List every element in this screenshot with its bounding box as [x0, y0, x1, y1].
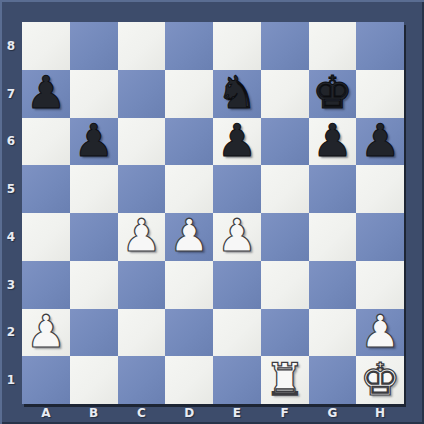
square-d2[interactable] — [165, 309, 213, 357]
square-b4[interactable] — [70, 213, 118, 261]
file-label-c: C — [118, 403, 166, 422]
square-a6[interactable] — [22, 118, 70, 166]
square-b5[interactable] — [70, 165, 118, 213]
square-g1[interactable] — [309, 356, 357, 404]
square-e6[interactable]: ♟ — [213, 118, 261, 166]
chess-board-frame: 87654321 ♟♞♚♟♟♟♟♟♟♟♟♟♜♚ ABCDEFGH — [0, 0, 424, 424]
file-labels: ABCDEFGH — [22, 403, 404, 422]
square-c1[interactable] — [118, 356, 166, 404]
square-a5[interactable] — [22, 165, 70, 213]
square-e1[interactable] — [213, 356, 261, 404]
black-knight[interactable]: ♞ — [217, 70, 257, 115]
square-c3[interactable] — [118, 261, 166, 309]
square-e4[interactable]: ♟ — [213, 213, 261, 261]
square-c2[interactable] — [118, 309, 166, 357]
square-d1[interactable] — [165, 356, 213, 404]
file-label-e: E — [213, 403, 261, 422]
rank-label-7: 7 — [0, 70, 22, 118]
square-e2[interactable] — [213, 309, 261, 357]
square-d5[interactable] — [165, 165, 213, 213]
square-g8[interactable] — [309, 22, 357, 70]
square-c4[interactable]: ♟ — [118, 213, 166, 261]
square-c8[interactable] — [118, 22, 166, 70]
black-king[interactable]: ♚ — [312, 70, 352, 115]
square-f5[interactable] — [261, 165, 309, 213]
square-b7[interactable] — [70, 70, 118, 118]
square-g4[interactable] — [309, 213, 357, 261]
black-pawn[interactable]: ♟ — [217, 118, 257, 163]
file-label-h: H — [356, 403, 404, 422]
file-label-a: A — [22, 403, 70, 422]
white-pawn[interactable]: ♟ — [360, 309, 400, 354]
square-f7[interactable] — [261, 70, 309, 118]
square-h7[interactable] — [356, 70, 404, 118]
square-e8[interactable] — [213, 22, 261, 70]
white-pawn[interactable]: ♟ — [121, 213, 161, 258]
rank-label-8: 8 — [0, 22, 22, 70]
rank-label-2: 2 — [0, 309, 22, 357]
white-rook[interactable]: ♜ — [264, 357, 304, 402]
square-c6[interactable] — [118, 118, 166, 166]
square-g6[interactable]: ♟ — [309, 118, 357, 166]
square-a8[interactable] — [22, 22, 70, 70]
square-f8[interactable] — [261, 22, 309, 70]
square-a4[interactable] — [22, 213, 70, 261]
square-a3[interactable] — [22, 261, 70, 309]
rank-label-5: 5 — [0, 165, 22, 213]
square-h3[interactable] — [356, 261, 404, 309]
square-e7[interactable]: ♞ — [213, 70, 261, 118]
square-c7[interactable] — [118, 70, 166, 118]
black-pawn[interactable]: ♟ — [360, 118, 400, 163]
square-g5[interactable] — [309, 165, 357, 213]
file-label-f: F — [261, 403, 309, 422]
square-h6[interactable]: ♟ — [356, 118, 404, 166]
square-h2[interactable]: ♟ — [356, 309, 404, 357]
square-b3[interactable] — [70, 261, 118, 309]
chess-board: ♟♞♚♟♟♟♟♟♟♟♟♟♜♚ — [22, 22, 404, 404]
rank-label-4: 4 — [0, 213, 22, 261]
square-e5[interactable] — [213, 165, 261, 213]
square-f6[interactable] — [261, 118, 309, 166]
square-b2[interactable] — [70, 309, 118, 357]
square-b1[interactable] — [70, 356, 118, 404]
rank-label-6: 6 — [0, 118, 22, 166]
square-h1[interactable]: ♚ — [356, 356, 404, 404]
square-g7[interactable]: ♚ — [309, 70, 357, 118]
square-h8[interactable] — [356, 22, 404, 70]
square-c5[interactable] — [118, 165, 166, 213]
square-b8[interactable] — [70, 22, 118, 70]
square-e3[interactable] — [213, 261, 261, 309]
rank-label-1: 1 — [0, 356, 22, 404]
file-label-g: G — [309, 403, 357, 422]
black-pawn[interactable]: ♟ — [73, 118, 113, 163]
square-a1[interactable] — [22, 356, 70, 404]
file-label-d: D — [165, 403, 213, 422]
square-h4[interactable] — [356, 213, 404, 261]
square-g3[interactable] — [309, 261, 357, 309]
white-king[interactable]: ♚ — [360, 357, 400, 402]
black-pawn[interactable]: ♟ — [26, 70, 66, 115]
white-pawn[interactable]: ♟ — [217, 213, 257, 258]
black-pawn[interactable]: ♟ — [312, 118, 352, 163]
square-a2[interactable]: ♟ — [22, 309, 70, 357]
square-f1[interactable]: ♜ — [261, 356, 309, 404]
square-d8[interactable] — [165, 22, 213, 70]
square-f3[interactable] — [261, 261, 309, 309]
square-f2[interactable] — [261, 309, 309, 357]
file-label-b: B — [70, 403, 118, 422]
square-d4[interactable]: ♟ — [165, 213, 213, 261]
square-b6[interactable]: ♟ — [70, 118, 118, 166]
rank-label-3: 3 — [0, 261, 22, 309]
white-pawn[interactable]: ♟ — [169, 213, 209, 258]
square-d6[interactable] — [165, 118, 213, 166]
square-a7[interactable]: ♟ — [22, 70, 70, 118]
square-d3[interactable] — [165, 261, 213, 309]
square-g2[interactable] — [309, 309, 357, 357]
square-h5[interactable] — [356, 165, 404, 213]
rank-labels: 87654321 — [0, 22, 22, 404]
square-f4[interactable] — [261, 213, 309, 261]
square-d7[interactable] — [165, 70, 213, 118]
white-pawn[interactable]: ♟ — [26, 309, 66, 354]
